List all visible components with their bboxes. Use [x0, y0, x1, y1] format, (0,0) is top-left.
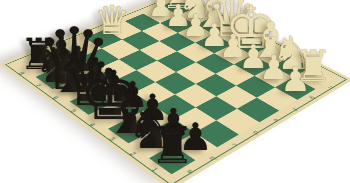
file-label: c	[221, 136, 247, 153]
chess-set-photo: 87654321 hgfedcba ♜♞♝♛♚♝♞♜♟♟♟♟♟♟♟♟♟♟♟♟♟♟…	[0, 0, 350, 183]
file-label: h	[317, 80, 342, 94]
chess-board: 87654321 hgfedcba	[0, 0, 350, 183]
file-label: d	[242, 124, 268, 140]
file-label: a	[176, 162, 203, 180]
file-label: f	[282, 101, 307, 115]
board-grid	[19, 0, 333, 174]
file-label: b	[199, 149, 226, 167]
file-label: g	[300, 90, 326, 104]
file-label: e	[262, 112, 288, 127]
